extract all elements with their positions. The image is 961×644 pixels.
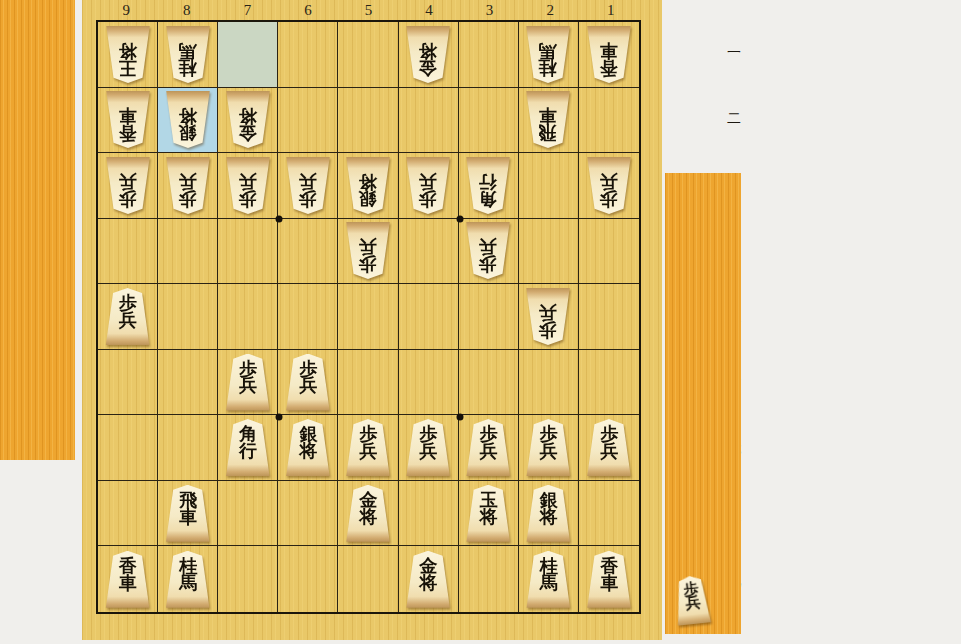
piece-kanji: 歩 xyxy=(540,321,557,338)
square-3c[interactable]: 角行 xyxy=(459,153,519,219)
square-9g[interactable] xyxy=(98,415,158,481)
piece-kanji: 兵 xyxy=(685,595,700,610)
square-2g[interactable]: 歩兵 xyxy=(519,415,579,481)
square-4i[interactable]: 金将 xyxy=(399,546,459,612)
piece-kanji: 兵 xyxy=(480,239,497,256)
square-1d[interactable] xyxy=(579,219,639,285)
square-9i[interactable]: 香車 xyxy=(98,546,158,612)
square-2h[interactable]: 銀将 xyxy=(519,481,579,547)
piece-kanji: 兵 xyxy=(299,173,316,190)
piece-kanji: 兵 xyxy=(359,443,376,460)
piece-kanji: 将 xyxy=(420,575,437,592)
piece-kanji: 車 xyxy=(179,509,196,526)
square-3a[interactable] xyxy=(459,22,519,88)
square-8f[interactable] xyxy=(158,350,218,416)
piece-pawn-gote[interactable]: 歩兵 xyxy=(343,222,393,279)
piece-pawn-gote[interactable]: 歩兵 xyxy=(463,222,513,279)
square-6g[interactable]: 銀将 xyxy=(278,415,338,481)
square-5a[interactable] xyxy=(338,22,398,88)
square-5e[interactable] xyxy=(338,284,398,350)
piece-pawn-gote[interactable]: 歩兵 xyxy=(523,288,573,345)
piece-pawn-gote[interactable]: 歩兵 xyxy=(163,157,213,214)
piece-kanji: 車 xyxy=(600,42,617,59)
piece-kanji: 兵 xyxy=(179,173,196,190)
piece-kanji: 香 xyxy=(600,59,617,76)
square-4f[interactable] xyxy=(399,350,459,416)
piece-pawn-sente[interactable]: 歩兵 xyxy=(343,419,393,476)
piece-kanji: 香 xyxy=(119,124,136,141)
piece-kanji: 兵 xyxy=(299,377,316,394)
piece-pawn-sente[interactable]: 歩兵 xyxy=(103,288,153,345)
piece-kanji: 歩 xyxy=(600,190,617,207)
square-4d[interactable] xyxy=(399,219,459,285)
piece-kanji: 馬 xyxy=(179,42,196,59)
square-3g[interactable]: 歩兵 xyxy=(459,415,519,481)
piece-pawn-gote[interactable]: 歩兵 xyxy=(223,157,273,214)
square-9b[interactable]: 香車 xyxy=(98,88,158,154)
square-9f[interactable] xyxy=(98,350,158,416)
square-2i[interactable]: 桂馬 xyxy=(519,546,579,612)
piece-kanji: 兵 xyxy=(420,173,437,190)
file-label-3: 3 xyxy=(459,1,520,19)
piece-kanji: 兵 xyxy=(420,443,437,460)
square-8e[interactable] xyxy=(158,284,218,350)
piece-kanji: 車 xyxy=(119,575,136,592)
square-7d[interactable] xyxy=(218,219,278,285)
piece-pawn-sente[interactable]: 歩兵 xyxy=(584,419,634,476)
sente-captured-pieces-stand: 歩兵 xyxy=(665,173,741,634)
square-8c[interactable]: 歩兵 xyxy=(158,153,218,219)
piece-kanji: 王 xyxy=(119,59,136,76)
square-2a[interactable]: 桂馬 xyxy=(519,22,579,88)
piece-lance-sente[interactable]: 香車 xyxy=(103,551,153,608)
square-5i[interactable] xyxy=(338,546,398,612)
piece-kanji: 兵 xyxy=(540,443,557,460)
square-5c[interactable]: 銀将 xyxy=(338,153,398,219)
square-5h[interactable]: 金将 xyxy=(338,481,398,547)
square-1a[interactable]: 香車 xyxy=(579,22,639,88)
square-9e[interactable]: 歩兵 xyxy=(98,284,158,350)
piece-bishop-gote[interactable]: 角行 xyxy=(463,157,513,214)
piece-kanji: 将 xyxy=(239,108,256,125)
square-6b[interactable] xyxy=(278,88,338,154)
square-3e[interactable] xyxy=(459,284,519,350)
square-9c[interactable]: 歩兵 xyxy=(98,153,158,219)
square-7f[interactable]: 歩兵 xyxy=(218,350,278,416)
square-8h[interactable]: 飛車 xyxy=(158,481,218,547)
square-1g[interactable]: 歩兵 xyxy=(579,415,639,481)
piece-kanji: 将 xyxy=(359,509,376,526)
piece-gold-sente[interactable]: 金将 xyxy=(343,485,393,542)
piece-knight-gote[interactable]: 桂馬 xyxy=(523,26,573,83)
piece-kanji: 将 xyxy=(540,509,557,526)
square-7c[interactable]: 歩兵 xyxy=(218,153,278,219)
square-9h[interactable] xyxy=(98,481,158,547)
piece-kanji: 将 xyxy=(119,42,136,59)
piece-kanji: 行 xyxy=(239,443,256,460)
square-3i[interactable] xyxy=(459,546,519,612)
piece-pawn-gote[interactable]: 歩兵 xyxy=(403,157,453,214)
square-2c[interactable] xyxy=(519,153,579,219)
piece-kanji: 歩 xyxy=(119,190,136,207)
piece-rook-sente[interactable]: 飛車 xyxy=(163,485,213,542)
piece-kanji: 歩 xyxy=(179,190,196,207)
piece-kanji: 車 xyxy=(119,108,136,125)
square-4h[interactable] xyxy=(399,481,459,547)
square-3b[interactable] xyxy=(459,88,519,154)
square-6e[interactable] xyxy=(278,284,338,350)
piece-gold-gote[interactable]: 金将 xyxy=(403,26,453,83)
file-coordinate-labels: 987654321 xyxy=(96,1,641,19)
piece-kanji: 将 xyxy=(359,173,376,190)
shogi-app-screen: 987654321 王将桂馬金将桂馬香車香車銀将金将飛車歩兵歩兵歩兵歩兵銀将歩兵… xyxy=(0,0,961,644)
square-3h[interactable]: 玉将 xyxy=(459,481,519,547)
square-6a[interactable] xyxy=(278,22,338,88)
square-2b[interactable]: 飛車 xyxy=(519,88,579,154)
square-5d[interactable]: 歩兵 xyxy=(338,219,398,285)
square-6d[interactable] xyxy=(278,219,338,285)
square-8d[interactable] xyxy=(158,219,218,285)
piece-kanji: 歩 xyxy=(359,256,376,273)
piece-lance-gote[interactable]: 香車 xyxy=(103,91,153,148)
star-point xyxy=(457,414,464,421)
square-7i[interactable] xyxy=(218,546,278,612)
piece-kanji: 角 xyxy=(480,190,497,207)
piece-kanji: 金 xyxy=(239,124,256,141)
piece-gold-sente[interactable]: 金将 xyxy=(403,551,453,608)
piece-pawn-sente[interactable]: 歩兵 xyxy=(523,419,573,476)
piece-kanji: 馬 xyxy=(179,575,196,592)
square-6h[interactable] xyxy=(278,481,338,547)
piece-kanji: 車 xyxy=(600,575,617,592)
file-label-6: 6 xyxy=(278,1,339,19)
square-7h[interactable] xyxy=(218,481,278,547)
piece-pawn-sente[interactable]: 歩兵 xyxy=(671,574,714,626)
piece-pawn-gote[interactable]: 歩兵 xyxy=(283,157,333,214)
piece-kanji: 飛 xyxy=(540,124,557,141)
square-3f[interactable] xyxy=(459,350,519,416)
piece-kanji: 将 xyxy=(420,42,437,59)
star-point xyxy=(276,216,283,223)
piece-kanji: 歩 xyxy=(299,190,316,207)
file-label-9: 9 xyxy=(96,1,157,19)
file-label-7: 7 xyxy=(217,1,278,19)
gote-captured-pieces-stand xyxy=(0,0,75,460)
piece-pawn-gote[interactable]: 歩兵 xyxy=(103,157,153,214)
square-1b[interactable] xyxy=(579,88,639,154)
rank-label-a: 一 xyxy=(725,20,743,86)
board-grid: 王将桂馬金将桂馬香車香車銀将金将飛車歩兵歩兵歩兵歩兵銀将歩兵角行歩兵歩兵歩兵歩兵… xyxy=(96,20,641,614)
piece-pawn-sente[interactable]: 歩兵 xyxy=(283,354,333,411)
piece-rook-gote[interactable]: 飛車 xyxy=(523,91,573,148)
piece-lance-gote[interactable]: 香車 xyxy=(584,26,634,83)
piece-kanji: 馬 xyxy=(540,575,557,592)
square-8g[interactable] xyxy=(158,415,218,481)
square-2f[interactable] xyxy=(519,350,579,416)
square-8b[interactable]: 銀将 xyxy=(158,88,218,154)
square-4c[interactable]: 歩兵 xyxy=(399,153,459,219)
piece-pawn-gote[interactable]: 歩兵 xyxy=(584,157,634,214)
piece-kanji: 銀 xyxy=(179,124,196,141)
piece-kanji: 将 xyxy=(480,509,497,526)
square-5g[interactable]: 歩兵 xyxy=(338,415,398,481)
square-4g[interactable]: 歩兵 xyxy=(399,415,459,481)
file-label-1: 1 xyxy=(580,1,641,19)
piece-kanji: 兵 xyxy=(359,239,376,256)
square-4b[interactable] xyxy=(399,88,459,154)
piece-kanji: 兵 xyxy=(119,173,136,190)
square-6i[interactable] xyxy=(278,546,338,612)
piece-kanji: 金 xyxy=(420,59,437,76)
shogi-board: 987654321 王将桂馬金将桂馬香車香車銀将金将飛車歩兵歩兵歩兵歩兵銀将歩兵… xyxy=(82,0,662,640)
rank-label-b: 二 xyxy=(725,86,743,152)
piece-kanji: 将 xyxy=(179,108,196,125)
piece-kanji: 兵 xyxy=(239,377,256,394)
piece-kanji: 車 xyxy=(540,108,557,125)
square-7a[interactable] xyxy=(218,22,278,88)
piece-silver-gote[interactable]: 銀将 xyxy=(343,157,393,214)
piece-knight-gote[interactable]: 桂馬 xyxy=(163,26,213,83)
square-6c[interactable]: 歩兵 xyxy=(278,153,338,219)
square-3d[interactable]: 歩兵 xyxy=(459,219,519,285)
piece-pawn-sente[interactable]: 歩兵 xyxy=(463,419,513,476)
piece-gold-gote[interactable]: 金将 xyxy=(223,91,273,148)
piece-kanji: 兵 xyxy=(119,312,136,329)
square-7g[interactable]: 角行 xyxy=(218,415,278,481)
piece-kanji: 歩 xyxy=(239,190,256,207)
piece-kanji: 歩 xyxy=(420,190,437,207)
piece-kanji: 将 xyxy=(299,443,316,460)
piece-kanji: 桂 xyxy=(540,59,557,76)
piece-kanji: 歩 xyxy=(480,256,497,273)
piece-kanji: 銀 xyxy=(359,190,376,207)
square-7b[interactable]: 金将 xyxy=(218,88,278,154)
square-9d[interactable] xyxy=(98,219,158,285)
square-9a[interactable]: 王将 xyxy=(98,22,158,88)
piece-kanji: 馬 xyxy=(540,42,557,59)
square-2d[interactable] xyxy=(519,219,579,285)
piece-lance-sente[interactable]: 香車 xyxy=(584,551,634,608)
square-8i[interactable]: 桂馬 xyxy=(158,546,218,612)
piece-king-sente[interactable]: 玉将 xyxy=(463,485,513,542)
piece-knight-sente[interactable]: 桂馬 xyxy=(523,551,573,608)
piece-silver-sente[interactable]: 銀将 xyxy=(523,485,573,542)
square-8a[interactable]: 桂馬 xyxy=(158,22,218,88)
sente-hand-area: 歩兵 xyxy=(671,574,714,626)
piece-kanji: 兵 xyxy=(239,173,256,190)
file-label-2: 2 xyxy=(520,1,581,19)
square-5b[interactable] xyxy=(338,88,398,154)
star-point xyxy=(276,414,283,421)
square-1e[interactable] xyxy=(579,284,639,350)
square-4e[interactable] xyxy=(399,284,459,350)
square-1f[interactable] xyxy=(579,350,639,416)
piece-kanji: 兵 xyxy=(480,443,497,460)
square-6f[interactable]: 歩兵 xyxy=(278,350,338,416)
piece-kanji: 行 xyxy=(480,173,497,190)
file-label-8: 8 xyxy=(157,1,218,19)
piece-bishop-sente[interactable]: 角行 xyxy=(223,419,273,476)
piece-silver-gote[interactable]: 銀将 xyxy=(163,91,213,148)
square-5f[interactable] xyxy=(338,350,398,416)
piece-kanji: 兵 xyxy=(600,173,617,190)
piece-kanji: 兵 xyxy=(600,443,617,460)
square-1i[interactable]: 香車 xyxy=(579,546,639,612)
piece-pawn-sente[interactable]: 歩兵 xyxy=(403,419,453,476)
square-1h[interactable] xyxy=(579,481,639,547)
square-7e[interactable] xyxy=(218,284,278,350)
star-point xyxy=(457,216,464,223)
piece-kanji: 桂 xyxy=(179,59,196,76)
piece-kanji: 兵 xyxy=(540,304,557,321)
square-2e[interactable]: 歩兵 xyxy=(519,284,579,350)
square-4a[interactable]: 金将 xyxy=(399,22,459,88)
square-1c[interactable]: 歩兵 xyxy=(579,153,639,219)
file-label-4: 4 xyxy=(399,1,460,19)
piece-silver-sente[interactable]: 銀将 xyxy=(283,419,333,476)
piece-knight-sente[interactable]: 桂馬 xyxy=(163,551,213,608)
file-label-5: 5 xyxy=(338,1,399,19)
piece-pawn-sente[interactable]: 歩兵 xyxy=(223,354,273,411)
piece-king-gote[interactable]: 王将 xyxy=(103,26,153,83)
